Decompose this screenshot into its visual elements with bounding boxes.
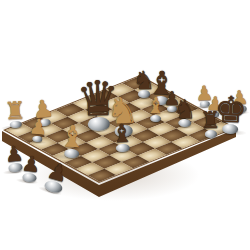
- piece-shadow: [167, 122, 196, 129]
- piece-shadow: [101, 130, 141, 141]
- piece-shadow: [23, 138, 46, 145]
- chrome-ball-base: [38, 118, 51, 127]
- piece-shadow: [229, 110, 250, 116]
- chess-piece-dark-rook: ♜: [180, 108, 241, 139]
- dark-bishop-glyph: ♝: [147, 67, 177, 100]
- dark-pawn-glyph: ♟: [163, 89, 180, 108]
- chess-piece-light-pawn: ♟: [12, 94, 75, 130]
- piece-shadow: [2, 168, 25, 175]
- chrome-ball-base: [138, 90, 151, 98]
- dark-bishop-glyph: ♝: [110, 120, 134, 146]
- chess-piece-light-pawn: ♟: [184, 92, 245, 119]
- chess-piece-dark-queen: ♛: [67, 73, 129, 132]
- piece-shadow: [202, 114, 223, 120]
- chrome-ball-base: [167, 106, 177, 112]
- dark-knight-glyph: ♞: [173, 95, 198, 122]
- chrome-ball-base: [209, 111, 219, 118]
- chess-piece-light-pawn: ♟: [174, 81, 235, 108]
- chrome-ball-base: [222, 124, 239, 135]
- chrome-ball-base: [10, 120, 22, 128]
- piece-shadow: [141, 119, 165, 125]
- chrome-ball-base: [64, 148, 79, 158]
- piece-shadow: [160, 110, 181, 114]
- light-pawn-glyph: ♟: [206, 93, 224, 113]
- chess-piece-light-bishop: ♝: [125, 94, 186, 123]
- light-pawn-glyph: ♟: [230, 88, 249, 108]
- chess-piece-light-knight: ♞: [91, 91, 154, 139]
- dark-rook-glyph: ♜: [200, 109, 221, 133]
- chrome-ball-base: [204, 130, 217, 138]
- dark-queen-glyph: ♛: [76, 74, 121, 123]
- chrome-ball-base: [150, 115, 161, 122]
- light-pawn-glyph: ♟: [195, 82, 214, 103]
- piece-shadow: [68, 122, 121, 134]
- piece-shadow: [1, 124, 28, 131]
- piece-shadow: [128, 95, 156, 101]
- chess-piece-light-pawn: ♟: [7, 114, 69, 145]
- chess-piece-light-rook: ♜: [0, 97, 46, 129]
- dark-knight-glyph: ♞: [133, 68, 155, 93]
- dark-pawn-glyph: ♟: [4, 143, 25, 166]
- captured-chess-piece-dark-pawn: ♟: [0, 141, 46, 175]
- captured-chess-piece-dark-pawn: ♟: [23, 153, 90, 200]
- chrome-ball-base: [200, 101, 210, 108]
- chrome-ball-base: [178, 119, 191, 128]
- piece-shadow: [196, 135, 221, 141]
- pieces-layer: ♜♟♟♝♛♞♝♞♝♝♟♞♜♚♟♟♟♟♟♟: [0, 0, 250, 250]
- chrome-ball-base: [114, 125, 133, 137]
- dark-pawn-glyph: ♟: [45, 158, 71, 186]
- captured-chess-piece-dark-pawn: ♟: [0, 151, 62, 186]
- chrome-ball-base: [116, 143, 130, 152]
- chrome-ball-base: [32, 135, 43, 142]
- chess-piece-dark-knight: ♞: [154, 94, 216, 129]
- chrome-ball-base: [154, 96, 169, 105]
- captured-chess-piece-light-pawn: ♟: [209, 86, 250, 116]
- chess-piece-dark-pawn: ♟: [142, 89, 202, 112]
- piece-shadow: [207, 127, 247, 136]
- piece-shadow: [37, 185, 63, 197]
- chrome-ball-base: [43, 178, 64, 194]
- chess-piece-dark-knight: ♞: [114, 68, 174, 98]
- light-rook-glyph: ♜: [4, 98, 27, 123]
- chrome-ball-base: [88, 117, 110, 131]
- chess-piece-dark-bishop: ♝: [131, 66, 192, 106]
- piece-shadow: [15, 178, 38, 185]
- chrome-ball-base: [234, 105, 247, 114]
- chess-set-photo: ♜♟♟♝♛♞♝♞♝♝♟♞♜♚♟♟♟♟♟♟: [0, 0, 250, 250]
- chess-piece-dark-bishop: ♝: [91, 119, 153, 153]
- piece-shadow: [107, 148, 135, 155]
- dark-king-glyph: ♚: [214, 91, 248, 128]
- chrome-ball-base: [22, 172, 38, 183]
- light-pawn-glyph: ♟: [31, 96, 55, 122]
- chrome-ball-base: [8, 162, 24, 173]
- light-pawn-glyph: ♟: [28, 116, 49, 139]
- piece-shadow: [29, 121, 56, 129]
- dark-pawn-glyph: ♟: [21, 153, 42, 176]
- piece-shadow: [141, 99, 176, 107]
- chess-piece-light-bishop: ♝: [41, 120, 103, 159]
- chess-piece-dark-king: ♚: [200, 91, 250, 136]
- piece-shadow: [192, 104, 214, 110]
- light-bishop-glyph: ♝: [58, 121, 86, 152]
- piece-shadow: [52, 152, 85, 160]
- light-bishop-glyph: ♝: [145, 95, 165, 118]
- light-knight-glyph: ♞: [105, 92, 140, 130]
